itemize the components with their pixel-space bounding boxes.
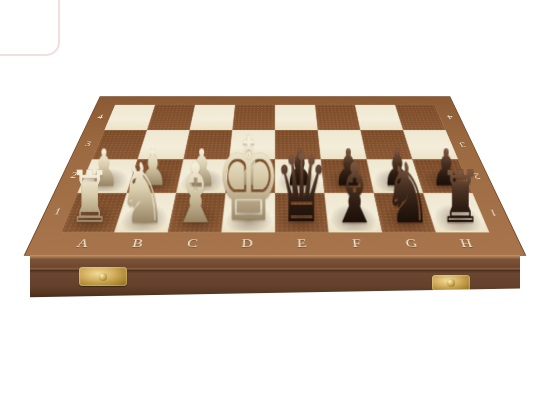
file-label-text: H: [458, 237, 475, 250]
piece-shadow: [170, 203, 222, 230]
rank-label-right-2: 2: [458, 159, 495, 193]
piece-shadow: [178, 168, 226, 191]
square-d2: ♟: [226, 159, 275, 193]
square-b2: ♟: [127, 159, 184, 193]
rank-label-left-3: 3: [71, 130, 105, 159]
square-e1: ♛: [275, 193, 329, 233]
board-frame-back: [314, 97, 355, 105]
piece-black-bishop: ♝: [331, 160, 379, 227]
square-g3: [360, 130, 412, 159]
file-label-a: A: [51, 233, 114, 255]
file-label-text: E: [297, 237, 308, 250]
rank-label-right-1: 1: [473, 193, 515, 233]
chess-board-top-face: 44332♟♟♟♟♟♟♟♟21♜♞♝♚♛♝♞♜1ABCDEFGH: [25, 97, 525, 255]
brass-clasp-right: [432, 275, 470, 291]
file-label-f: F: [329, 233, 387, 255]
square-f3: [318, 130, 367, 159]
piece-black-pawn: ♟: [383, 148, 412, 188]
rank-label-text: 2: [69, 171, 79, 179]
board-frame-back: [275, 97, 315, 105]
piece-black-pawn: ♟: [285, 148, 314, 188]
piece-black-rook: ♜: [440, 169, 481, 227]
square-c1: ♝: [168, 193, 226, 233]
piece-shadow: [429, 203, 487, 230]
board-frame-back: [392, 97, 435, 105]
file-label-text: D: [241, 237, 254, 250]
file-label-text: G: [404, 237, 420, 250]
rank-label-left-1: 1: [36, 193, 78, 233]
square-a1: ♜: [61, 193, 127, 233]
board-frame-back: [353, 97, 395, 105]
square-h4: [395, 105, 446, 130]
brass-clasp-left: [79, 267, 127, 286]
file-label-text: A: [75, 237, 92, 250]
board-frame-back: [115, 97, 158, 105]
square-c3: [183, 130, 232, 159]
thumbnail-outline: [0, 0, 60, 56]
board-frame-back: [195, 97, 236, 105]
board-frame-back: [235, 97, 275, 105]
piece-shadow: [228, 168, 273, 191]
piece-shadow: [129, 168, 179, 191]
piece-white-pawn: ♟: [236, 148, 265, 188]
piece-shadow: [324, 168, 372, 191]
file-label-text: F: [351, 237, 363, 250]
square-c4: [190, 105, 235, 130]
piece-black-pawn: ♟: [431, 148, 460, 188]
square-e3: [275, 130, 321, 159]
file-label-text: B: [131, 237, 146, 250]
piece-shadow: [80, 168, 133, 191]
piece-shadow: [63, 203, 121, 230]
chess-box-photo: 44332♟♟♟♟♟♟♟♟21♜♞♝♚♛♝♞♜1ABCDEFGH: [25, 85, 525, 255]
square-f1: ♝: [324, 193, 382, 233]
board-frame-back: [431, 97, 453, 105]
board-frame-corner-left: [25, 233, 61, 255]
piece-shadow: [328, 203, 380, 230]
file-label-c: C: [163, 233, 221, 255]
square-d3: [229, 130, 275, 159]
square-g4: [355, 105, 403, 130]
rank-label-left-4: 4: [84, 105, 115, 130]
piece-white-pawn: ♟: [138, 148, 167, 188]
square-g1: ♞: [374, 193, 436, 233]
piece-shadow: [277, 168, 322, 191]
file-label-g: G: [382, 233, 443, 255]
square-b3: [138, 130, 190, 159]
piece-white-pawn: ♟: [187, 148, 216, 188]
square-a3: [92, 130, 147, 159]
file-label-h: H: [436, 233, 499, 255]
rank-label-right-4: 4: [435, 105, 466, 130]
piece-white-rook: ♜: [69, 169, 110, 227]
piece-white-knight: ♞: [119, 160, 167, 227]
square-f2: ♟: [321, 159, 374, 193]
square-h3: [403, 130, 458, 159]
file-label-text: C: [186, 237, 199, 250]
piece-black-queen: ♛: [274, 151, 328, 227]
board-frame-back: [155, 97, 197, 105]
piece-shadow: [224, 203, 273, 230]
square-c2: ♟: [176, 159, 229, 193]
rank-label-text: 3: [84, 141, 93, 148]
rank-label-text: 1: [52, 207, 63, 217]
square-a2: ♟: [77, 159, 137, 193]
file-label-e: E: [275, 233, 331, 255]
square-b4: [147, 105, 195, 130]
piece-shadow: [370, 168, 420, 191]
file-label-b: B: [107, 233, 168, 255]
square-a4: [104, 105, 155, 130]
piece-shadow: [417, 168, 470, 191]
piece-black-pawn: ♟: [334, 148, 363, 188]
square-e2: ♟: [275, 159, 324, 193]
box-front-panel: [30, 255, 520, 299]
rank-label-right-3: 3: [446, 130, 480, 159]
piece-black-knight: ♞: [384, 160, 432, 227]
piece-white-king: ♚: [215, 134, 281, 226]
board-frame-back: [97, 97, 119, 105]
rank-label-text: 4: [96, 114, 104, 120]
piece-white-bishop: ♝: [172, 160, 220, 227]
square-d4: [232, 105, 275, 130]
square-d1: ♚: [221, 193, 275, 233]
piece-shadow: [117, 203, 172, 230]
rank-label-text: 1: [487, 207, 498, 217]
square-h1: ♜: [423, 193, 489, 233]
rank-label-left-2: 2: [54, 159, 91, 193]
square-g2: ♟: [367, 159, 424, 193]
square-b1: ♞: [114, 193, 176, 233]
rank-label-text: 3: [458, 141, 467, 148]
square-f4: [315, 105, 360, 130]
square-e4: [275, 105, 318, 130]
piece-shadow: [277, 203, 326, 230]
rank-label-text: 4: [446, 114, 454, 120]
file-label-d: D: [219, 233, 275, 255]
piece-shadow: [378, 203, 433, 230]
square-h2: ♟: [412, 159, 472, 193]
rank-label-text: 2: [471, 171, 481, 179]
board-frame-corner-right: [489, 233, 525, 255]
piece-white-pawn: ♟: [89, 148, 118, 188]
